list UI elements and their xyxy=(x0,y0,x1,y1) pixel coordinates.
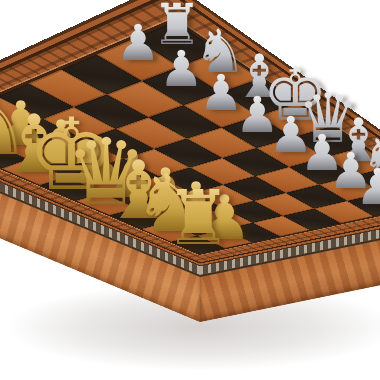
piece-black-pawn-h7[interactable]: ♟︎ xyxy=(116,18,161,68)
piece-black-pawn-a7[interactable]: ♟︎ xyxy=(355,163,380,213)
piece-black-pawn-g7[interactable]: ♟︎ xyxy=(159,44,204,94)
piece-white-rook-a1[interactable]: ♜︎ xyxy=(164,181,232,257)
chess-set-photo: ♜︎♞︎♝︎♚︎♛︎♝︎♞︎♜︎♟︎♟︎♟︎♟︎♟︎♟︎♟︎♟︎♟︎♟︎♟︎♟︎… xyxy=(0,0,380,380)
